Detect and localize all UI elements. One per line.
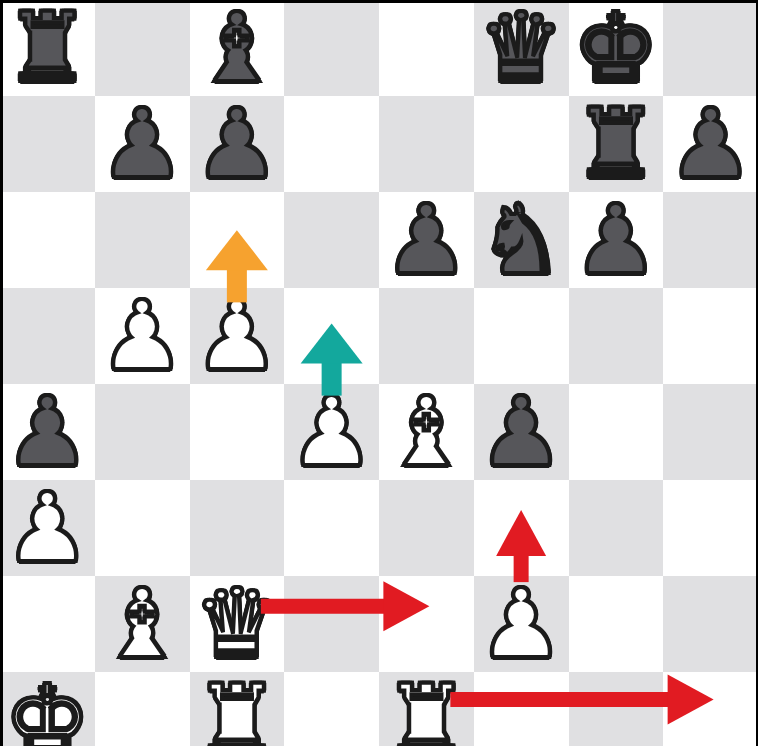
square-d1[interactable] bbox=[284, 672, 379, 746]
black-queen[interactable]: ♛ bbox=[478, 0, 564, 96]
square-g4[interactable] bbox=[569, 384, 664, 480]
square-a7[interactable] bbox=[0, 96, 95, 192]
square-h6[interactable] bbox=[663, 192, 758, 288]
white-king[interactable]: ♚ bbox=[4, 672, 90, 746]
square-a1[interactable]: ♚ bbox=[0, 672, 95, 746]
square-d7[interactable] bbox=[284, 96, 379, 192]
square-a4[interactable]: ♟ bbox=[0, 384, 95, 480]
white-bishop[interactable]: ♝ bbox=[383, 384, 469, 480]
square-f8[interactable]: ♛ bbox=[474, 0, 569, 96]
square-c8[interactable]: ♝ bbox=[190, 0, 285, 96]
white-queen[interactable]: ♛ bbox=[194, 576, 280, 672]
square-c5[interactable]: ♟ bbox=[190, 288, 285, 384]
chess-diagram: ♜♝♛♚♟♟♜♟♟♞♟♟♟♟♟♝♟♟♝♛♟♚♜♜ bbox=[0, 0, 758, 746]
square-f6[interactable]: ♞ bbox=[474, 192, 569, 288]
square-g3[interactable] bbox=[569, 480, 664, 576]
black-pawn[interactable]: ♟ bbox=[194, 96, 280, 192]
square-b3[interactable] bbox=[95, 480, 190, 576]
square-e8[interactable] bbox=[379, 0, 474, 96]
black-bishop[interactable]: ♝ bbox=[194, 0, 280, 96]
square-b7[interactable]: ♟ bbox=[95, 96, 190, 192]
white-pawn[interactable]: ♟ bbox=[99, 288, 185, 384]
black-pawn[interactable]: ♟ bbox=[478, 384, 564, 480]
square-h4[interactable] bbox=[663, 384, 758, 480]
board-border-left bbox=[0, 0, 3, 746]
square-g5[interactable] bbox=[569, 288, 664, 384]
black-pawn[interactable]: ♟ bbox=[99, 96, 185, 192]
square-f5[interactable] bbox=[474, 288, 569, 384]
black-pawn[interactable]: ♟ bbox=[573, 192, 659, 288]
square-a5[interactable] bbox=[0, 288, 95, 384]
square-e7[interactable] bbox=[379, 96, 474, 192]
square-d6[interactable] bbox=[284, 192, 379, 288]
square-e3[interactable] bbox=[379, 480, 474, 576]
square-d8[interactable] bbox=[284, 0, 379, 96]
square-a3[interactable]: ♟ bbox=[0, 480, 95, 576]
square-f3[interactable] bbox=[474, 480, 569, 576]
board-border-top bbox=[0, 0, 758, 3]
black-pawn[interactable]: ♟ bbox=[668, 96, 754, 192]
black-knight[interactable]: ♞ bbox=[478, 192, 564, 288]
square-c7[interactable]: ♟ bbox=[190, 96, 285, 192]
square-d2[interactable] bbox=[284, 576, 379, 672]
black-pawn[interactable]: ♟ bbox=[4, 384, 90, 480]
square-h1[interactable] bbox=[663, 672, 758, 746]
square-a2[interactable] bbox=[0, 576, 95, 672]
square-b6[interactable] bbox=[95, 192, 190, 288]
square-e1[interactable]: ♜ bbox=[379, 672, 474, 746]
square-f2[interactable]: ♟ bbox=[474, 576, 569, 672]
square-g2[interactable] bbox=[569, 576, 664, 672]
white-pawn[interactable]: ♟ bbox=[194, 288, 280, 384]
square-e4[interactable]: ♝ bbox=[379, 384, 474, 480]
white-bishop[interactable]: ♝ bbox=[99, 576, 185, 672]
square-c2[interactable]: ♛ bbox=[190, 576, 285, 672]
square-g1[interactable] bbox=[569, 672, 664, 746]
square-f4[interactable]: ♟ bbox=[474, 384, 569, 480]
square-g6[interactable]: ♟ bbox=[569, 192, 664, 288]
square-f1[interactable] bbox=[474, 672, 569, 746]
square-h7[interactable]: ♟ bbox=[663, 96, 758, 192]
square-b4[interactable] bbox=[95, 384, 190, 480]
white-pawn[interactable]: ♟ bbox=[4, 480, 90, 576]
square-g7[interactable]: ♜ bbox=[569, 96, 664, 192]
white-rook[interactable]: ♜ bbox=[194, 672, 280, 746]
square-b8[interactable] bbox=[95, 0, 190, 96]
square-a6[interactable] bbox=[0, 192, 95, 288]
square-e5[interactable] bbox=[379, 288, 474, 384]
chess-board: ♜♝♛♚♟♟♜♟♟♞♟♟♟♟♟♝♟♟♝♛♟♚♜♜ bbox=[0, 0, 758, 746]
square-c6[interactable] bbox=[190, 192, 285, 288]
square-c3[interactable] bbox=[190, 480, 285, 576]
square-c4[interactable] bbox=[190, 384, 285, 480]
square-d5[interactable] bbox=[284, 288, 379, 384]
square-g8[interactable]: ♚ bbox=[569, 0, 664, 96]
square-b2[interactable]: ♝ bbox=[95, 576, 190, 672]
white-rook[interactable]: ♜ bbox=[383, 672, 469, 746]
square-c1[interactable]: ♜ bbox=[190, 672, 285, 746]
square-e6[interactable]: ♟ bbox=[379, 192, 474, 288]
square-h3[interactable] bbox=[663, 480, 758, 576]
white-pawn[interactable]: ♟ bbox=[289, 384, 375, 480]
black-rook[interactable]: ♜ bbox=[573, 96, 659, 192]
square-e2[interactable] bbox=[379, 576, 474, 672]
square-f7[interactable] bbox=[474, 96, 569, 192]
black-pawn[interactable]: ♟ bbox=[383, 192, 469, 288]
square-a8[interactable]: ♜ bbox=[0, 0, 95, 96]
square-b5[interactable]: ♟ bbox=[95, 288, 190, 384]
square-b1[interactable] bbox=[95, 672, 190, 746]
black-king[interactable]: ♚ bbox=[573, 0, 659, 96]
black-rook[interactable]: ♜ bbox=[4, 0, 90, 96]
square-h8[interactable] bbox=[663, 0, 758, 96]
square-h5[interactable] bbox=[663, 288, 758, 384]
square-d3[interactable] bbox=[284, 480, 379, 576]
square-h2[interactable] bbox=[663, 576, 758, 672]
square-d4[interactable]: ♟ bbox=[284, 384, 379, 480]
white-pawn[interactable]: ♟ bbox=[478, 576, 564, 672]
